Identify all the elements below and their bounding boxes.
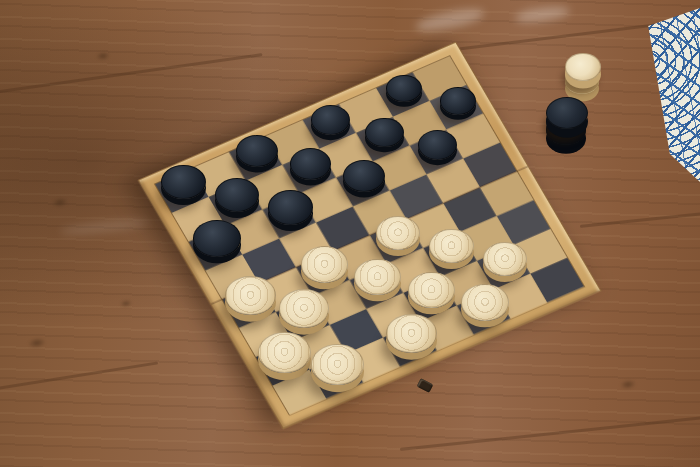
white-checker[interactable]: [225, 276, 275, 315]
black-checker[interactable]: [343, 160, 385, 192]
black-checker[interactable]: [236, 135, 278, 167]
white-spare-piece: [565, 53, 601, 81]
white-checker[interactable]: [461, 284, 508, 320]
black-checker[interactable]: [311, 105, 350, 135]
black-checker[interactable]: [440, 87, 476, 115]
white-checker[interactable]: [376, 216, 421, 250]
white-checker[interactable]: [301, 246, 348, 282]
white-checker[interactable]: [408, 272, 455, 308]
black-checker[interactable]: [290, 148, 332, 180]
black-checker[interactable]: [161, 165, 206, 199]
white-checker[interactable]: [258, 332, 311, 373]
white-checker[interactable]: [483, 242, 528, 276]
table-scene: [0, 0, 700, 467]
white-checker[interactable]: [311, 344, 364, 385]
white-checker[interactable]: [279, 289, 329, 328]
black-checker[interactable]: [268, 190, 313, 224]
black-checker[interactable]: [365, 118, 404, 148]
black-checker[interactable]: [215, 178, 260, 212]
white-checker[interactable]: [354, 259, 401, 295]
black-checker[interactable]: [386, 75, 422, 103]
black-checker[interactable]: [193, 220, 240, 256]
white-checker[interactable]: [429, 229, 474, 263]
black-checker[interactable]: [418, 130, 457, 160]
black-spare-piece: [546, 97, 588, 129]
white-checker[interactable]: [386, 314, 436, 353]
